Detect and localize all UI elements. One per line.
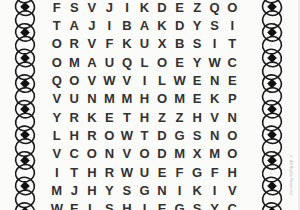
grid-cell: N	[206, 71, 224, 89]
chain-border-right-icon	[260, 0, 283, 210]
grid-cell: R	[83, 126, 101, 144]
grid-cell: F	[101, 35, 119, 53]
grid-cell: I	[223, 16, 241, 34]
grid-cell: V	[206, 108, 224, 126]
grid-cell: T	[66, 163, 84, 181]
grid-cell: K	[188, 181, 206, 199]
grid-cell: S	[188, 126, 206, 144]
grid-cell: D	[171, 16, 189, 34]
grid-cell: E	[171, 0, 189, 16]
grid-cell: H	[83, 163, 101, 181]
grid-cell: H	[83, 181, 101, 199]
grid-cell: T	[118, 108, 136, 126]
grid-cell: O	[153, 90, 171, 108]
grid-cell: Q	[118, 53, 136, 71]
grid-cell: V	[48, 90, 66, 108]
grid-cell: H	[66, 126, 84, 144]
grid-cell: V	[83, 71, 101, 89]
grid-cell: S	[188, 35, 206, 53]
grid-cell: K	[206, 90, 224, 108]
grid-cell: E	[188, 90, 206, 108]
grid-cell: C	[223, 53, 241, 71]
grid-cell: M	[171, 90, 189, 108]
grid-cell: O	[66, 71, 84, 89]
grid-cell: E	[66, 200, 84, 210]
grid-cell: S	[66, 0, 84, 16]
grid-cell: V	[118, 71, 136, 89]
grid-cell: J	[83, 16, 101, 34]
grid-cell: I	[206, 35, 224, 53]
grid-cell: L	[153, 71, 171, 89]
grid-cell: O	[83, 145, 101, 163]
grid-cell: I	[101, 16, 119, 34]
grid-cell: O	[153, 53, 171, 71]
grid-cell: Q	[48, 71, 66, 89]
grid-cell: C	[223, 200, 241, 210]
grid-cell: T	[223, 35, 241, 53]
grid-cell: I	[206, 181, 224, 199]
grid-cell: E	[188, 71, 206, 89]
grid-cell: E	[153, 200, 171, 210]
grid-cell: V	[118, 145, 136, 163]
grid-cell: O	[101, 126, 119, 144]
grid-cell: H	[118, 200, 136, 210]
grid-cell: O	[223, 0, 241, 16]
chain-border-left-icon	[13, 0, 36, 210]
grid-cell: U	[66, 90, 84, 108]
grid-cell: G	[171, 200, 189, 210]
grid-cell: K	[136, 0, 154, 16]
page-edge	[298, 0, 300, 210]
grid-cell: O	[48, 35, 66, 53]
grid-cell: W	[101, 71, 119, 89]
grid-cell: N	[153, 181, 171, 199]
grid-cell: R	[101, 163, 119, 181]
grid-cell: O	[48, 53, 66, 71]
grid-cell: A	[136, 16, 154, 34]
grid-cell: S	[188, 200, 206, 210]
grid-cell: X	[153, 35, 171, 53]
grid-cell: M	[66, 53, 84, 71]
grid-cell: U	[101, 53, 119, 71]
grid-cell: Z	[153, 108, 171, 126]
grid-cell: W	[206, 53, 224, 71]
grid-cell: N	[83, 90, 101, 108]
grid-cell: P	[223, 90, 241, 108]
grid-cell: D	[153, 0, 171, 16]
grid-cell: C	[66, 145, 84, 163]
grid-cell: I	[136, 71, 154, 89]
grid-cell: Y	[188, 53, 206, 71]
grid-cell: F	[206, 163, 224, 181]
grid-cell: D	[153, 145, 171, 163]
grid-cell: M	[101, 90, 119, 108]
grid-cell: N	[101, 145, 119, 163]
grid-cell: N	[206, 126, 224, 144]
grid-cell: F	[171, 163, 189, 181]
grid-cell: U	[136, 35, 154, 53]
grid-cell: V	[83, 0, 101, 16]
grid-cell: H	[136, 108, 154, 126]
grid-cell: U	[136, 163, 154, 181]
grid-cell: W	[48, 200, 66, 210]
grid-cell: O	[223, 145, 241, 163]
grid-cell: O	[223, 126, 241, 144]
grid-cell: R	[66, 108, 84, 126]
grid-cell: V	[83, 35, 101, 53]
grid-cell: N	[223, 108, 241, 126]
grid-cell: R	[66, 35, 84, 53]
grid-cell: Q	[206, 0, 224, 16]
grid-cell: K	[153, 16, 171, 34]
grid-cell: B	[171, 35, 189, 53]
grid-cell: M	[206, 145, 224, 163]
grid-cell: Y	[188, 16, 206, 34]
vertical-copyright-text: © All Rights Reserved	[289, 155, 293, 210]
grid-cell: W	[118, 126, 136, 144]
grid-cell: K	[118, 35, 136, 53]
grid-cell: A	[66, 16, 84, 34]
grid-cell: T	[48, 16, 66, 34]
grid-cell: E	[153, 163, 171, 181]
grid-cell: O	[136, 145, 154, 163]
grid-cell: T	[136, 126, 154, 144]
grid-cell: A	[83, 53, 101, 71]
grid-cell: M	[118, 90, 136, 108]
grid-cell: Z	[171, 108, 189, 126]
grid-cell: L	[136, 53, 154, 71]
grid-cell: G	[136, 181, 154, 199]
grid-cell: I	[118, 0, 136, 16]
grid-cell: S	[206, 16, 224, 34]
grid-cell: W	[118, 163, 136, 181]
grid-cell: Z	[188, 0, 206, 16]
grid-cell: J	[66, 181, 84, 199]
grid-cell: I	[171, 181, 189, 199]
grid-cell: H	[223, 163, 241, 181]
word-search-page: FSVJIKDEZQOTAJIBAKDYSIORVFKUXBSITOMAUQLO…	[0, 0, 300, 210]
grid-cell: Y	[101, 181, 119, 199]
grid-cell: S	[101, 200, 119, 210]
grid-cell: G	[188, 163, 206, 181]
word-search-grid: FSVJIKDEZQOTAJIBAKDYSIORVFKUXBSITOMAUQLO…	[48, 0, 241, 210]
grid-cell: W	[171, 71, 189, 89]
grid-cell: L	[83, 200, 101, 210]
grid-cell: H	[188, 108, 206, 126]
grid-cell: Y	[48, 108, 66, 126]
grid-cell: I	[136, 200, 154, 210]
grid-cell: S	[118, 181, 136, 199]
grid-cell: F	[48, 0, 66, 16]
grid-cell: Y	[206, 200, 224, 210]
grid-cell: B	[118, 16, 136, 34]
grid-cell: E	[101, 108, 119, 126]
grid-cell: V	[223, 181, 241, 199]
grid-cell: J	[101, 0, 119, 16]
grid-cell: H	[136, 90, 154, 108]
grid-cell: M	[48, 181, 66, 199]
grid-cell: E	[223, 71, 241, 89]
grid-cell: L	[48, 126, 66, 144]
grid-cell: I	[48, 163, 66, 181]
grid-cell: V	[48, 145, 66, 163]
grid-cell: M	[171, 145, 189, 163]
grid-cell: G	[171, 126, 189, 144]
grid-cell: D	[153, 126, 171, 144]
grid-cell: X	[188, 145, 206, 163]
grid-cell: K	[83, 108, 101, 126]
grid-cell: E	[171, 53, 189, 71]
